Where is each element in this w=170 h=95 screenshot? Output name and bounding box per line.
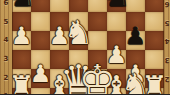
rank-label-1-right: 1 [164,93,170,94]
square-f5[interactable] [107,12,126,31]
piece-white-rook-h1[interactable]: ♜ [141,73,164,95]
piece-white-rook-a1[interactable]: ♜ [12,73,35,95]
rank-label-1-left: 1 [0,93,12,94]
square-b5[interactable] [31,12,50,31]
rank-label-6-right: 6 [164,0,170,7]
rank-label-2-left: 2 [0,75,12,82]
square-h6[interactable] [145,0,164,12]
rank-label-5-right: 5 [164,19,170,26]
square-c6[interactable] [50,0,69,12]
rank-label-4-right: 4 [164,37,170,44]
piece-black-knight-f6[interactable]: ♞ [102,0,132,10]
square-d6[interactable] [69,0,88,12]
square-h5[interactable] [145,12,164,31]
square-h4[interactable] [145,31,164,50]
rank-label-5-left: 5 [0,19,12,26]
square-b4[interactable] [31,31,50,50]
rank-label-6-left: 6 [0,0,12,7]
rank-label-3-left: 3 [0,56,12,63]
rank-labels-right-rail: 654321 [163,0,170,94]
rank-labels-left-rail: 654321 [0,0,13,94]
chess-board: 654321 ♞♞♟♟♞♟♟♟♟♜♝♛♚♝♞♜ 654321 [0,0,170,94]
rank-label-3-right: 3 [164,56,170,63]
rank-label-2-right: 2 [164,75,170,82]
piece-black-pawn-g4[interactable]: ♟ [125,25,147,48]
board-area: ♞♞♟♟♞♟♟♟♟♜♝♛♚♝♞♜ [12,0,164,94]
rank-label-4-left: 4 [0,37,12,44]
piece-black-knight-a6[interactable]: ♞ [12,0,36,10]
square-a3[interactable] [12,50,31,69]
piece-white-knight-d4[interactable]: ♞ [64,17,94,48]
piece-white-pawn-a4[interactable]: ♟ [12,25,32,48]
